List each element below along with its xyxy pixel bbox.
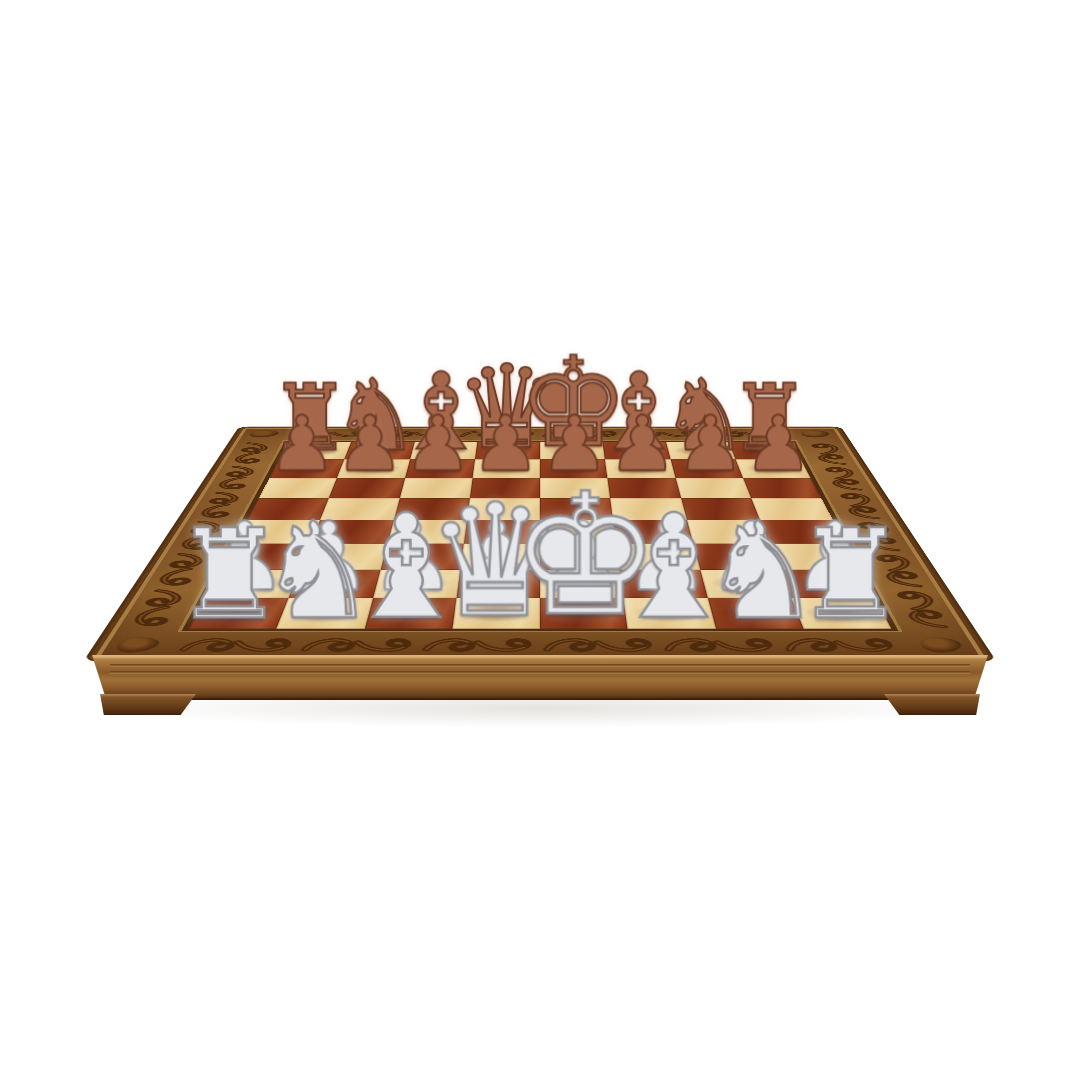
front-molding-line [110, 664, 970, 667]
board-foot-right [884, 694, 980, 715]
piece-black-pawn[interactable]: ♟ [676, 406, 744, 482]
frame-corner-carving [112, 637, 163, 653]
frame-corner-carving [916, 637, 967, 653]
chess-board: ♜♞♝♛♚♝♞♜♟♟♟♟♟♟♟♟♟♟♟♟♟♟♟♟♜♞♝♛♚♝♞♜ [88, 427, 992, 660]
product-photo: ♜♞♝♛♚♝♞♜♟♟♟♟♟♟♟♟♟♟♟♟♟♟♟♟♜♞♝♛♚♝♞♜ [0, 0, 1080, 1080]
square-b7[interactable]: ♟ [337, 459, 410, 478]
square-h7[interactable]: ♟ [735, 459, 810, 478]
front-molding-line [110, 671, 970, 674]
piece-black-pawn[interactable]: ♟ [267, 406, 335, 482]
board-foot-left [100, 694, 196, 715]
square-a7[interactable]: ♟ [269, 459, 344, 478]
square-g7[interactable]: ♟ [670, 459, 743, 478]
piece-black-pawn[interactable]: ♟ [335, 406, 403, 482]
piece-white-king[interactable]: ♚ [509, 472, 660, 640]
playing-field: ♜♞♝♛♚♝♞♜♟♟♟♟♟♟♟♟♟♟♟♟♟♟♟♟♜♞♝♛♚♝♞♜ [182, 441, 899, 631]
piece-black-pawn[interactable]: ♟ [744, 406, 812, 482]
square-e1[interactable]: ♚ [540, 598, 628, 629]
board-scene: ♜♞♝♛♚♝♞♜♟♟♟♟♟♟♟♟♟♟♟♟♟♟♟♟♜♞♝♛♚♝♞♜ [0, 0, 1080, 1080]
frame-ornament-top [290, 429, 791, 439]
board-front-edge [92, 655, 988, 700]
